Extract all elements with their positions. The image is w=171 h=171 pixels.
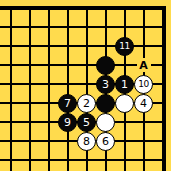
grid-line-horizontal <box>0 26 166 28</box>
stone-white-4: 4 <box>134 94 153 113</box>
move-number: 11 <box>119 41 129 50</box>
stone-white-10: 10 <box>134 75 153 94</box>
move-number: 2 <box>83 97 90 108</box>
stone-black-11: 11 <box>115 37 134 56</box>
move-number: 4 <box>140 97 147 108</box>
board-top-edge <box>0 6 166 10</box>
stone-black-5: 5 <box>77 113 96 132</box>
move-number: 5 <box>83 116 90 127</box>
move-number: 6 <box>102 135 109 146</box>
stone-white-6: 6 <box>96 132 115 151</box>
stone-white-2: 2 <box>77 94 96 113</box>
point-label-A: A <box>137 58 151 72</box>
move-number: 1 <box>121 78 128 89</box>
move-number: 7 <box>64 97 71 108</box>
grid-line-horizontal <box>0 45 166 47</box>
stone-white <box>115 94 134 113</box>
stone-black-3: 3 <box>96 75 115 94</box>
stone-white <box>96 113 115 132</box>
grid-line-vertical <box>10 6 12 171</box>
stone-white-8: 8 <box>77 132 96 151</box>
grid-line-vertical <box>48 6 50 171</box>
stone-black-9: 9 <box>58 113 77 132</box>
board-right-edge <box>162 6 166 171</box>
grid-line-vertical <box>67 6 69 171</box>
stone-black <box>96 56 115 75</box>
grid-line-vertical <box>29 6 31 171</box>
go-board: A1131107249586 <box>0 0 171 171</box>
move-number: 3 <box>102 78 109 89</box>
stone-black <box>96 94 115 113</box>
grid-line-horizontal <box>0 159 166 161</box>
move-number: 9 <box>64 116 71 127</box>
move-number: 8 <box>83 135 90 146</box>
stone-black-1: 1 <box>115 75 134 94</box>
move-number: 10 <box>138 79 148 88</box>
stone-black-7: 7 <box>58 94 77 113</box>
